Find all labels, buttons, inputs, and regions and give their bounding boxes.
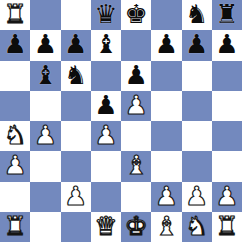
- square-b3[interactable]: [30, 151, 60, 181]
- square-f4[interactable]: [151, 121, 181, 151]
- square-a2[interactable]: [0, 182, 30, 212]
- square-a4[interactable]: ♞: [0, 121, 30, 151]
- square-g3[interactable]: [182, 151, 212, 181]
- white-bishop[interactable]: ♝: [155, 213, 178, 239]
- square-g4[interactable]: [182, 121, 212, 151]
- white-pawn[interactable]: ♟: [94, 122, 117, 148]
- square-f7[interactable]: ♟: [151, 30, 181, 60]
- square-h5[interactable]: [212, 91, 242, 121]
- square-f8[interactable]: [151, 0, 181, 30]
- white-pawn[interactable]: ♟: [215, 183, 238, 209]
- square-f1[interactable]: ♝: [151, 212, 181, 242]
- white-bishop[interactable]: ♝: [124, 152, 147, 178]
- square-d5[interactable]: ♟: [91, 91, 121, 121]
- square-h3[interactable]: [212, 151, 242, 181]
- square-d7[interactable]: ♝: [91, 30, 121, 60]
- square-a6[interactable]: [0, 61, 30, 91]
- black-bishop[interactable]: ♝: [94, 31, 117, 57]
- white-rook[interactable]: ♜: [215, 213, 238, 239]
- square-b5[interactable]: [30, 91, 60, 121]
- square-f6[interactable]: [151, 61, 181, 91]
- square-e2[interactable]: [121, 182, 151, 212]
- black-pawn[interactable]: ♟: [64, 31, 87, 57]
- square-c5[interactable]: [61, 91, 91, 121]
- square-c2[interactable]: ♟: [61, 182, 91, 212]
- square-g7[interactable]: ♟: [182, 30, 212, 60]
- square-g5[interactable]: [182, 91, 212, 121]
- white-pawn[interactable]: ♟: [155, 183, 178, 209]
- square-c8[interactable]: [61, 0, 91, 30]
- square-b8[interactable]: [30, 0, 60, 30]
- square-b4[interactable]: ♟: [30, 121, 60, 151]
- square-d2[interactable]: [91, 182, 121, 212]
- square-g2[interactable]: ♟: [182, 182, 212, 212]
- square-f3[interactable]: [151, 151, 181, 181]
- black-queen[interactable]: ♛: [94, 1, 117, 27]
- black-pawn[interactable]: ♟: [124, 62, 147, 88]
- square-e4[interactable]: [121, 121, 151, 151]
- square-c6[interactable]: ♞: [61, 61, 91, 91]
- square-e5[interactable]: ♟: [121, 91, 151, 121]
- white-rook[interactable]: ♜: [3, 1, 26, 27]
- square-e8[interactable]: ♚: [121, 0, 151, 30]
- black-pawn[interactable]: ♟: [185, 31, 208, 57]
- square-c1[interactable]: [61, 212, 91, 242]
- square-b2[interactable]: [30, 182, 60, 212]
- white-knight[interactable]: ♞: [3, 122, 26, 148]
- square-c4[interactable]: [61, 121, 91, 151]
- white-rook[interactable]: ♜: [3, 213, 26, 239]
- black-pawn[interactable]: ♟: [3, 31, 26, 57]
- black-knight[interactable]: ♞: [185, 1, 208, 27]
- chess-board: ♜♛♚♞♜♟♟♟♝♟♟♟♝♞♟♟♟♞♟♟♟♝♟♟♟♟♜♛♚♝♞♜: [0, 0, 242, 242]
- square-h6[interactable]: [212, 61, 242, 91]
- square-d8[interactable]: ♛: [91, 0, 121, 30]
- white-pawn[interactable]: ♟: [185, 183, 208, 209]
- square-g6[interactable]: [182, 61, 212, 91]
- square-h7[interactable]: ♟: [212, 30, 242, 60]
- black-knight[interactable]: ♞: [64, 62, 87, 88]
- square-c7[interactable]: ♟: [61, 30, 91, 60]
- white-pawn[interactable]: ♟: [64, 183, 87, 209]
- white-knight[interactable]: ♞: [185, 213, 208, 239]
- black-pawn[interactable]: ♟: [34, 31, 57, 57]
- square-d1[interactable]: ♛: [91, 212, 121, 242]
- black-pawn[interactable]: ♟: [94, 92, 117, 118]
- black-bishop[interactable]: ♝: [34, 62, 57, 88]
- black-pawn[interactable]: ♟: [155, 31, 178, 57]
- square-a3[interactable]: ♟: [0, 151, 30, 181]
- square-e7[interactable]: [121, 30, 151, 60]
- square-g1[interactable]: ♞: [182, 212, 212, 242]
- white-pawn[interactable]: ♟: [124, 92, 147, 118]
- square-a8[interactable]: ♜: [0, 0, 30, 30]
- square-a5[interactable]: [0, 91, 30, 121]
- white-pawn[interactable]: ♟: [34, 122, 57, 148]
- square-b7[interactable]: ♟: [30, 30, 60, 60]
- square-d6[interactable]: [91, 61, 121, 91]
- square-a1[interactable]: ♜: [0, 212, 30, 242]
- square-d3[interactable]: [91, 151, 121, 181]
- square-e3[interactable]: ♝: [121, 151, 151, 181]
- square-h2[interactable]: ♟: [212, 182, 242, 212]
- square-c3[interactable]: [61, 151, 91, 181]
- square-g8[interactable]: ♞: [182, 0, 212, 30]
- square-b6[interactable]: ♝: [30, 61, 60, 91]
- square-h4[interactable]: [212, 121, 242, 151]
- square-d4[interactable]: ♟: [91, 121, 121, 151]
- black-king[interactable]: ♚: [124, 1, 147, 27]
- square-f5[interactable]: [151, 91, 181, 121]
- white-pawn[interactable]: ♟: [3, 152, 26, 178]
- square-e6[interactable]: ♟: [121, 61, 151, 91]
- square-a7[interactable]: ♟: [0, 30, 30, 60]
- square-h1[interactable]: ♜: [212, 212, 242, 242]
- square-e1[interactable]: ♚: [121, 212, 151, 242]
- square-b1[interactable]: [30, 212, 60, 242]
- black-pawn[interactable]: ♟: [215, 31, 238, 57]
- square-h8[interactable]: ♜: [212, 0, 242, 30]
- white-queen[interactable]: ♛: [94, 213, 117, 239]
- white-king[interactable]: ♚: [124, 213, 147, 239]
- square-f2[interactable]: ♟: [151, 182, 181, 212]
- black-rook[interactable]: ♜: [215, 1, 238, 27]
